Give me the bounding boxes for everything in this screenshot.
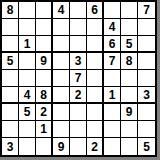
cell-r9c8[interactable]	[121, 138, 138, 155]
cell-r6c7[interactable]: 1	[104, 87, 121, 104]
cell-r7c6[interactable]	[87, 104, 104, 121]
cell-r8c9[interactable]	[138, 121, 155, 138]
cell-r6c6[interactable]	[87, 87, 104, 104]
cell-r4c9[interactable]	[138, 53, 155, 70]
cell-r5c5[interactable]: 7	[70, 70, 87, 87]
cell-r1c9[interactable]: 7	[138, 2, 155, 19]
cell-r6c2[interactable]: 4	[19, 87, 36, 104]
cell-r5c9[interactable]	[138, 70, 155, 87]
cell-r4c7[interactable]: 7	[104, 53, 121, 70]
cell-r8c5[interactable]	[70, 121, 87, 138]
cell-r3c2[interactable]: 1	[19, 36, 36, 53]
cell-r3c9[interactable]	[138, 36, 155, 53]
cell-r6c9[interactable]: 3	[138, 87, 155, 104]
cell-r7c4[interactable]	[53, 104, 70, 121]
cell-r1c8[interactable]	[121, 2, 138, 19]
cell-r9c7[interactable]	[104, 138, 121, 155]
cell-r1c6[interactable]: 6	[87, 2, 104, 19]
cell-r7c9[interactable]	[138, 104, 155, 121]
cell-r1c1[interactable]: 8	[2, 2, 19, 19]
cell-r9c4[interactable]: 9	[53, 138, 70, 155]
cell-r1c3[interactable]	[36, 2, 53, 19]
cell-r8c3[interactable]: 1	[36, 121, 53, 138]
cell-r8c4[interactable]	[53, 121, 70, 138]
cell-r4c6[interactable]	[87, 53, 104, 70]
cell-r5c4[interactable]	[53, 70, 70, 87]
cell-r9c6[interactable]: 2	[87, 138, 104, 155]
cell-r7c7[interactable]	[104, 104, 121, 121]
cell-r6c3[interactable]: 8	[36, 87, 53, 104]
cell-r8c6[interactable]	[87, 121, 104, 138]
cell-r7c8[interactable]: 9	[121, 104, 138, 121]
cell-r6c1[interactable]	[2, 87, 19, 104]
sudoku-board: 846741655937874821352913925	[0, 0, 157, 157]
cell-r2c2[interactable]	[19, 19, 36, 36]
cell-r3c3[interactable]	[36, 36, 53, 53]
cell-r2c6[interactable]	[87, 19, 104, 36]
cell-r1c7[interactable]	[104, 2, 121, 19]
cell-r9c5[interactable]	[70, 138, 87, 155]
cell-r2c7[interactable]: 4	[104, 19, 121, 36]
cell-r9c3[interactable]	[36, 138, 53, 155]
cell-r7c2[interactable]: 5	[19, 104, 36, 121]
cell-r5c2[interactable]	[19, 70, 36, 87]
cell-r7c3[interactable]: 2	[36, 104, 53, 121]
cell-r3c6[interactable]	[87, 36, 104, 53]
cell-r5c3[interactable]	[36, 70, 53, 87]
cell-r3c8[interactable]: 5	[121, 36, 138, 53]
cell-r9c9[interactable]: 5	[138, 138, 155, 155]
cell-r3c4[interactable]	[53, 36, 70, 53]
cell-r8c1[interactable]	[2, 121, 19, 138]
cell-r7c5[interactable]	[70, 104, 87, 121]
cell-r4c1[interactable]: 5	[2, 53, 19, 70]
cell-r4c8[interactable]: 8	[121, 53, 138, 70]
cell-r2c3[interactable]	[36, 19, 53, 36]
cell-r5c1[interactable]	[2, 70, 19, 87]
cell-r9c2[interactable]	[19, 138, 36, 155]
cell-r3c1[interactable]	[2, 36, 19, 53]
cell-r4c3[interactable]: 9	[36, 53, 53, 70]
cell-r6c8[interactable]	[121, 87, 138, 104]
cell-r5c6[interactable]	[87, 70, 104, 87]
cell-r3c7[interactable]: 6	[104, 36, 121, 53]
cell-r8c7[interactable]	[104, 121, 121, 138]
cell-r1c4[interactable]: 4	[53, 2, 70, 19]
cell-r1c5[interactable]	[70, 2, 87, 19]
cell-r2c4[interactable]	[53, 19, 70, 36]
cell-r9c1[interactable]: 3	[2, 138, 19, 155]
cell-r6c4[interactable]	[53, 87, 70, 104]
cell-r2c8[interactable]	[121, 19, 138, 36]
cell-r4c4[interactable]	[53, 53, 70, 70]
cell-r6c5[interactable]: 2	[70, 87, 87, 104]
cell-r1c2[interactable]	[19, 2, 36, 19]
cell-r4c5[interactable]: 3	[70, 53, 87, 70]
cell-r5c7[interactable]	[104, 70, 121, 87]
cell-r7c1[interactable]	[2, 104, 19, 121]
cell-r2c9[interactable]	[138, 19, 155, 36]
cell-r2c1[interactable]	[2, 19, 19, 36]
cell-r2c5[interactable]	[70, 19, 87, 36]
cell-r4c2[interactable]	[19, 53, 36, 70]
cell-r5c8[interactable]	[121, 70, 138, 87]
cell-r8c2[interactable]	[19, 121, 36, 138]
cell-r8c8[interactable]	[121, 121, 138, 138]
cell-r3c5[interactable]	[70, 36, 87, 53]
